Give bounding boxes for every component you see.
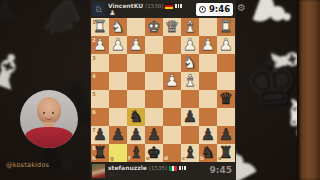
square-g8[interactable]: g	[109, 144, 127, 162]
square-h7[interactable]: ♟7	[91, 126, 109, 144]
square-h2[interactable]: ♟2	[91, 36, 109, 54]
clock-icon	[199, 6, 206, 13]
channel-handle: @kostakidos	[6, 162, 49, 169]
rank-label-4: 4	[92, 73, 96, 79]
square-c6[interactable]: ♟	[181, 108, 199, 126]
piece-black-pawn: ♟	[199, 126, 217, 144]
square-g1[interactable]: ♞	[109, 18, 127, 36]
piece-black-knight: ♞	[127, 108, 145, 126]
white-avatar-knight-icon: ♘	[94, 5, 102, 14]
background-white-bishop-icon: ♝	[0, 42, 34, 99]
rank-label-5: 5	[92, 91, 96, 97]
square-a4[interactable]	[217, 72, 235, 90]
piece-black-queen: ♛	[217, 90, 235, 108]
rank-label-8: 8	[92, 145, 96, 151]
square-c2[interactable]: ♟	[181, 36, 199, 54]
square-d3[interactable]	[163, 54, 181, 72]
square-h1[interactable]: ♜1	[91, 18, 109, 36]
germany-flag-icon	[165, 4, 173, 9]
square-h8[interactable]: ♜8h	[91, 144, 109, 162]
square-e6[interactable]	[145, 108, 163, 126]
black-player-info: stefanuzzle (1535) ♟	[108, 162, 186, 180]
italy-flag-icon	[169, 166, 177, 171]
file-label-a: a	[218, 155, 222, 161]
piece-black-pawn: ♟	[217, 126, 235, 144]
square-a8[interactable]: ♜a	[217, 144, 235, 162]
background-black-rook-icon: ♜	[54, 148, 81, 178]
rank-label-2: 2	[92, 37, 96, 43]
square-e2[interactable]	[145, 36, 163, 54]
square-c4[interactable]: ♝	[181, 72, 199, 90]
rank-label-3: 3	[92, 55, 96, 61]
streamer-face	[37, 97, 61, 124]
white-clock: 9:46	[196, 3, 233, 16]
piece-white-pawn: ♟	[163, 72, 181, 90]
square-g2[interactable]: ♟	[109, 36, 127, 54]
piece-white-bishop: ♝	[181, 72, 199, 90]
square-e4[interactable]	[145, 72, 163, 90]
square-e8[interactable]: ♚e	[145, 144, 163, 162]
white-player-info: VincentKU (1538) ♟	[108, 0, 182, 18]
white-side-pawn-icon: ♟	[108, 10, 117, 17]
eye	[43, 112, 45, 114]
square-f3[interactable]	[127, 54, 145, 72]
square-e7[interactable]: ♟	[145, 126, 163, 144]
piece-white-pawn: ♟	[127, 36, 145, 54]
eye	[52, 112, 54, 114]
square-e5[interactable]	[145, 90, 163, 108]
square-b1[interactable]	[199, 18, 217, 36]
piece-white-rook: ♜	[217, 18, 235, 36]
square-b2[interactable]: ♟	[199, 36, 217, 54]
black-clock-time: 9:45	[210, 166, 232, 175]
file-label-d: d	[164, 155, 168, 161]
square-g3[interactable]	[109, 54, 127, 72]
piece-white-pawn: ♟	[109, 36, 127, 54]
file-label-e: e	[146, 155, 150, 161]
square-d8[interactable]: d	[163, 144, 181, 162]
piece-white-pawn: ♟	[181, 36, 199, 54]
square-a3[interactable]	[217, 54, 235, 72]
game-panel: ♘ VincentKU (1538) ♟ 9:46 ♜1♞♚♛♝♜♟2♟♟♟♟♟…	[90, 0, 236, 180]
player-bar-black: stefanuzzle (1535) ♟ 9:45	[90, 162, 236, 180]
square-h3[interactable]: 3	[91, 54, 109, 72]
square-c8[interactable]: ♝c	[181, 144, 199, 162]
file-label-h: h	[92, 155, 96, 161]
square-f5[interactable]	[127, 90, 145, 108]
piece-black-pawn: ♟	[109, 126, 127, 144]
piece-black-pawn: ♟	[181, 108, 199, 126]
square-c3[interactable]: ♞	[181, 54, 199, 72]
square-b7[interactable]: ♟	[199, 126, 217, 144]
file-label-c: c	[182, 155, 185, 161]
settings-gear-icon[interactable]: ⚙	[237, 2, 246, 13]
background-black-pawn-icon: ♟	[0, 0, 19, 24]
white-clock-time: 9:46	[209, 5, 230, 14]
square-c1[interactable]: ♝	[181, 18, 199, 36]
square-b6[interactable]	[199, 108, 217, 126]
square-f8[interactable]: ♝f	[127, 144, 145, 162]
piece-white-knight: ♞	[181, 54, 199, 72]
webcam-circle	[20, 90, 78, 148]
file-label-f: f	[128, 155, 130, 161]
square-g5[interactable]	[109, 90, 127, 108]
square-a1[interactable]: ♜	[217, 18, 235, 36]
square-f1[interactable]	[127, 18, 145, 36]
background-white-pawn-icon: ♟	[244, 0, 304, 40]
square-f4[interactable]	[127, 72, 145, 90]
square-e3[interactable]	[145, 54, 163, 72]
white-player-rating: (1538)	[145, 3, 163, 9]
signal-bars-icon	[175, 4, 182, 8]
rank-label-1: 1	[92, 19, 96, 25]
square-g6[interactable]	[109, 108, 127, 126]
square-h5[interactable]: 5	[91, 90, 109, 108]
wood-plank	[297, 0, 320, 180]
square-h4[interactable]: 4	[91, 72, 109, 90]
rank-label-7: 7	[92, 127, 96, 133]
black-player-rating: (1535)	[149, 165, 167, 171]
rank-label-6: 6	[92, 109, 96, 115]
white-player-avatar[interactable]: ♘	[92, 2, 105, 16]
piece-black-pawn: ♟	[127, 126, 145, 144]
piece-white-pawn: ♟	[199, 36, 217, 54]
square-f6[interactable]: ♞	[127, 108, 145, 126]
square-h6[interactable]: 6	[91, 108, 109, 126]
background-black-knight-icon: ♞	[29, 0, 91, 48]
square-d7[interactable]	[163, 126, 181, 144]
square-g7[interactable]: ♟	[109, 126, 127, 144]
square-e1[interactable]: ♚	[145, 18, 163, 36]
file-label-g: g	[110, 155, 114, 161]
square-a2[interactable]: ♟	[217, 36, 235, 54]
square-b4[interactable]	[199, 72, 217, 90]
square-f2[interactable]: ♟	[127, 36, 145, 54]
square-d1[interactable]: ♛	[163, 18, 181, 36]
square-a6[interactable]	[217, 108, 235, 126]
square-g4[interactable]	[109, 72, 127, 90]
piece-white-knight: ♞	[109, 18, 127, 36]
player-bar-white: ♘ VincentKU (1538) ♟ 9:46	[90, 0, 236, 18]
black-side-pawn-icon: ♟	[108, 172, 117, 179]
square-d4[interactable]: ♟	[163, 72, 181, 90]
square-c7[interactable]	[181, 126, 199, 144]
signal-bars-icon	[179, 166, 186, 170]
piece-black-pawn: ♟	[145, 126, 163, 144]
piece-white-pawn: ♟	[217, 36, 235, 54]
square-b3[interactable]	[199, 54, 217, 72]
piece-white-king: ♚	[145, 18, 163, 36]
square-b5[interactable]	[199, 90, 217, 108]
square-a7[interactable]: ♟	[217, 126, 235, 144]
piece-white-queen: ♛	[163, 18, 181, 36]
square-b8[interactable]: ♞b	[199, 144, 217, 162]
board: ♜1♞♚♛♝♜♟2♟♟♟♟♟3♞4♟♝5♛6♞♟♟7♟♟♟♟♟♜8hg♝f♚ed…	[91, 18, 235, 162]
mouth	[45, 116, 53, 120]
square-d2[interactable]	[163, 36, 181, 54]
black-player-avatar[interactable]	[92, 164, 105, 178]
video-frame: ♟ ♞ ♝ ♟ ♝ ♚ ♟ ♞ ♟ ♟ ♜ ♘ VincentKU (1538)…	[0, 0, 320, 180]
piece-white-bishop: ♝	[181, 18, 199, 36]
square-c5[interactable]	[181, 90, 199, 108]
square-f7[interactable]: ♟	[127, 126, 145, 144]
file-label-b: b	[200, 155, 204, 161]
square-a5[interactable]: ♛	[217, 90, 235, 108]
square-d5[interactable]	[163, 90, 181, 108]
square-d6[interactable]	[163, 108, 181, 126]
